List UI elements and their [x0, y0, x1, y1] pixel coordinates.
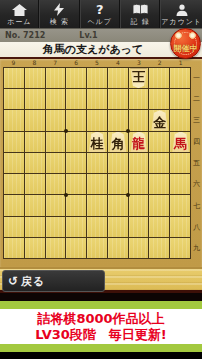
app-screen: ホーム 検 索 ? ヘルプ 記 録 アカウント No. 7212 Lv.1: [0, 0, 202, 359]
board-cell[interactable]: [66, 174, 86, 194]
board-cell[interactable]: [170, 174, 190, 194]
ad-banner-inner: 詰将棋8000作品以上 LV30段階 毎日更新!: [0, 309, 202, 344]
board-cell[interactable]: [25, 217, 45, 237]
board-cell[interactable]: [25, 89, 45, 109]
lightning-icon: [54, 3, 64, 16]
board-cell[interactable]: [4, 132, 24, 152]
board-cell[interactable]: [149, 132, 169, 152]
board-cell[interactable]: [129, 217, 149, 237]
board-cell[interactable]: [108, 89, 128, 109]
board-cell[interactable]: [170, 89, 190, 109]
nav-help-button[interactable]: ? ヘルプ: [80, 0, 120, 28]
board-cell[interactable]: [66, 132, 86, 152]
piece-kanji: 王: [132, 68, 145, 84]
board-cell[interactable]: [46, 195, 66, 215]
board-cell[interactable]: [170, 110, 190, 130]
board-cell[interactable]: [129, 195, 149, 215]
piece-kanji: 金: [153, 115, 166, 131]
board-cell[interactable]: [129, 153, 149, 173]
board-cell[interactable]: [25, 132, 45, 152]
board-cell[interactable]: [129, 238, 149, 258]
book-icon: [133, 3, 148, 16]
board-cell[interactable]: [149, 89, 169, 109]
board-cell[interactable]: [25, 68, 45, 88]
flower-icon: [189, 32, 196, 39]
board-cell[interactable]: [46, 153, 66, 173]
board-cell[interactable]: [46, 89, 66, 109]
board-cell[interactable]: [108, 174, 128, 194]
board-cell[interactable]: [66, 153, 86, 173]
back-button[interactable]: ↺ 戻る: [2, 270, 105, 292]
board-cell[interactable]: [149, 195, 169, 215]
rank-label: 三: [191, 110, 202, 131]
board-cell[interactable]: [170, 68, 190, 88]
event-badge[interactable]: 開催中: [170, 28, 201, 59]
ad-line-2: LV30段階 毎日更新!: [35, 327, 167, 343]
rank-labels: 一二三四五六七八九: [191, 67, 202, 259]
top-nav-bar: ホーム 検 索 ? ヘルプ 記 録 アカウント: [0, 0, 202, 28]
ad-line-1: 詰将棋8000作品以上: [37, 311, 164, 327]
board-cell[interactable]: [46, 68, 66, 88]
board-cell[interactable]: [4, 89, 24, 109]
nav-record-label: 記 録: [130, 17, 149, 27]
board-cell[interactable]: [46, 238, 66, 258]
board-cell[interactable]: [66, 238, 86, 258]
board-cell[interactable]: [87, 217, 107, 237]
nav-help-label: ヘルプ: [87, 17, 112, 27]
board-cell[interactable]: [66, 217, 86, 237]
board-cell[interactable]: [66, 89, 86, 109]
board-cell[interactable]: [108, 238, 128, 258]
file-label: 3: [128, 59, 149, 67]
board-cell[interactable]: [108, 68, 128, 88]
nav-search-button[interactable]: 検 索: [39, 0, 79, 28]
star-point: [64, 193, 68, 197]
shogi-board: 987654321 一二三四五六七八九 王金桂角龍馬: [0, 59, 202, 267]
board-cell[interactable]: [25, 195, 45, 215]
divider: [0, 293, 202, 301]
rank-label: 一: [191, 67, 202, 88]
nav-account-label: アカウント: [161, 17, 202, 27]
undo-icon: ↺: [8, 274, 18, 288]
board-cell[interactable]: [4, 174, 24, 194]
board-cell[interactable]: [25, 238, 45, 258]
board-cell[interactable]: [87, 153, 107, 173]
nav-account-button[interactable]: アカウント: [160, 0, 202, 28]
rank-label: 二: [191, 88, 202, 109]
board-cell[interactable]: [46, 174, 66, 194]
ad-banner[interactable]: 詰将棋8000作品以上 LV30段階 毎日更新!: [0, 301, 202, 352]
board-cell[interactable]: [170, 195, 190, 215]
board-cell[interactable]: [4, 195, 24, 215]
problem-number: No. 7212: [5, 31, 45, 40]
nav-home-button[interactable]: ホーム: [0, 0, 39, 28]
board-cell[interactable]: [87, 110, 107, 130]
board-cell[interactable]: [108, 110, 128, 130]
board-cell[interactable]: [149, 174, 169, 194]
file-label: 9: [3, 59, 24, 67]
board-cell[interactable]: [46, 110, 66, 130]
board-cell[interactable]: [108, 153, 128, 173]
board-cell[interactable]: [4, 153, 24, 173]
flower-icon: [175, 32, 182, 39]
nav-search-label: 検 索: [50, 17, 69, 27]
board-cell[interactable]: [4, 238, 24, 258]
rank-label: 九: [191, 238, 202, 259]
board-cell[interactable]: [149, 238, 169, 258]
nav-record-button[interactable]: 記 録: [120, 0, 160, 28]
problem-level: Lv.1: [79, 31, 97, 40]
rank-label: 四: [191, 131, 202, 152]
person-icon: [176, 3, 188, 16]
board-cell[interactable]: [25, 110, 45, 130]
rank-label: 七: [191, 195, 202, 216]
board-cell[interactable]: [25, 174, 45, 194]
board-cell[interactable]: [87, 89, 107, 109]
piece-kanji: 龍: [132, 136, 145, 152]
board-cell[interactable]: [66, 68, 86, 88]
file-labels: 987654321: [3, 59, 191, 67]
question-icon: ?: [96, 3, 104, 16]
board-cell[interactable]: [170, 217, 190, 237]
board-cell[interactable]: [46, 132, 66, 152]
file-label: 8: [24, 59, 45, 67]
piece-kanji: 桂: [91, 136, 104, 152]
board-cell[interactable]: [129, 174, 149, 194]
rank-label: 六: [191, 174, 202, 195]
board-cell[interactable]: [170, 153, 190, 173]
back-button-label: 戻る: [21, 274, 45, 289]
board-cell[interactable]: [129, 110, 149, 130]
board-cell[interactable]: [108, 195, 128, 215]
home-icon: [12, 3, 27, 16]
board-cell[interactable]: [149, 68, 169, 88]
board-cell[interactable]: [4, 217, 24, 237]
file-label: 6: [66, 59, 87, 67]
board-cell[interactable]: [170, 238, 190, 258]
board-grid[interactable]: [3, 67, 191, 259]
board-cell[interactable]: [66, 195, 86, 215]
board-cell[interactable]: [46, 217, 66, 237]
board-cell[interactable]: [87, 174, 107, 194]
file-label: 2: [149, 59, 170, 67]
rank-label: 八: [191, 216, 202, 237]
file-label: 7: [45, 59, 66, 67]
piece-kanji: 角: [111, 136, 124, 152]
file-label: 4: [107, 59, 128, 67]
file-label: 5: [87, 59, 108, 67]
board-cell[interactable]: [149, 153, 169, 173]
board-cell[interactable]: [87, 68, 107, 88]
bottom-bar: [0, 352, 202, 359]
board-cell[interactable]: [149, 217, 169, 237]
board-cell[interactable]: [66, 110, 86, 130]
rank-label: 五: [191, 152, 202, 173]
board-cell[interactable]: [87, 238, 107, 258]
board-cell[interactable]: [4, 110, 24, 130]
file-label: 1: [170, 59, 191, 67]
board-cell[interactable]: [108, 217, 128, 237]
nav-home-label: ホーム: [7, 17, 31, 27]
board-cell[interactable]: [4, 68, 24, 88]
piece-kanji: 馬: [174, 136, 187, 152]
board-cell[interactable]: [129, 89, 149, 109]
puzzle-title: 角馬の支えがあって: [43, 42, 144, 57]
board-cell[interactable]: [87, 195, 107, 215]
badge-text: 開催中: [171, 43, 200, 54]
star-point: [64, 129, 68, 133]
board-cell[interactable]: [25, 153, 45, 173]
